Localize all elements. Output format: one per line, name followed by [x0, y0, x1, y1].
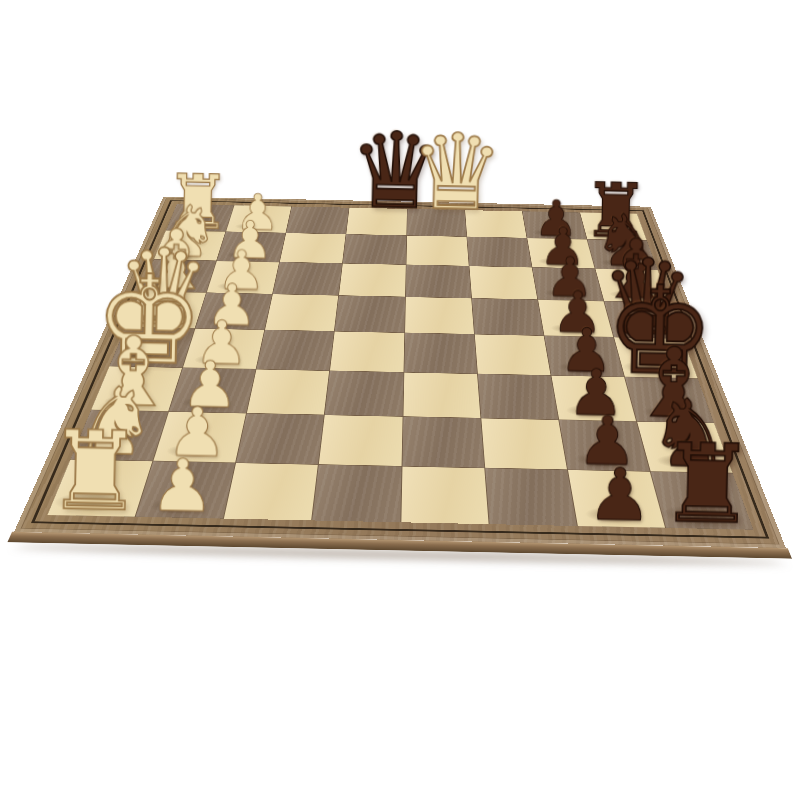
- square-g5: [402, 417, 484, 468]
- board-perspective-wrapper: ♜♟♟♜♞♟♟♞♝♟♟♝♛♟♟♛♚♟♟♚♝♟♟♝♞♟♟♞♜♟♟♜ ♛♛: [14, 0, 786, 540]
- chess-board: ♜♟♟♜♞♟♟♞♝♟♟♝♛♟♟♛♚♟♟♚♝♟♟♝♞♟♟♞♜♟♟♜ ♛♛: [14, 197, 786, 549]
- board-drop-shadow: [14, 543, 786, 568]
- square-c3: [273, 262, 342, 295]
- square-f6: [478, 374, 558, 419]
- square-h2: ♟: [136, 461, 236, 518]
- square-b6: [467, 237, 532, 267]
- square-d6: [472, 299, 544, 336]
- square-b5: [406, 236, 468, 266]
- square-a4: [347, 208, 407, 236]
- black-rook: ♜: [658, 428, 758, 539]
- square-h8: ♜: [651, 472, 754, 530]
- square-c5: [405, 265, 470, 298]
- square-a5: [407, 209, 467, 237]
- square-g6: [481, 418, 567, 469]
- square-e4: [330, 331, 404, 372]
- square-h1: ♜: [47, 460, 152, 517]
- square-e6: [474, 334, 550, 375]
- square-b3: [280, 233, 346, 263]
- square-h4: [312, 465, 401, 523]
- square-d5: [405, 297, 474, 334]
- square-h3: [224, 463, 318, 520]
- board-grid: ♜♟♟♜♞♟♟♞♝♟♟♝♛♟♟♛♚♟♟♚♝♟♟♝♞♟♟♞♜♟♟♜: [47, 204, 753, 530]
- square-e5: [404, 333, 477, 374]
- square-e3: [257, 330, 334, 370]
- square-c4: [339, 264, 405, 297]
- square-h5: [401, 466, 488, 524]
- square-a3: [286, 207, 349, 235]
- square-c6: [469, 266, 537, 299]
- square-f5: [403, 372, 480, 417]
- square-h6: [485, 468, 577, 526]
- square-g3: [236, 413, 324, 464]
- square-b4: [343, 234, 406, 264]
- square-d4: [335, 296, 405, 333]
- white-pawn: ♟: [149, 449, 215, 522]
- square-g4: [319, 415, 402, 466]
- square-f3: [247, 369, 329, 414]
- square-h7: ♟: [568, 470, 665, 528]
- square-f4: [325, 371, 403, 416]
- square-d3: [265, 294, 338, 331]
- square-a6: [465, 210, 527, 238]
- chess-set-photo: ♜♟♟♜♞♟♟♞♝♟♟♝♛♟♟♛♚♟♟♚♝♟♟♝♞♟♟♞♜♟♟♜ ♛♛: [0, 0, 800, 800]
